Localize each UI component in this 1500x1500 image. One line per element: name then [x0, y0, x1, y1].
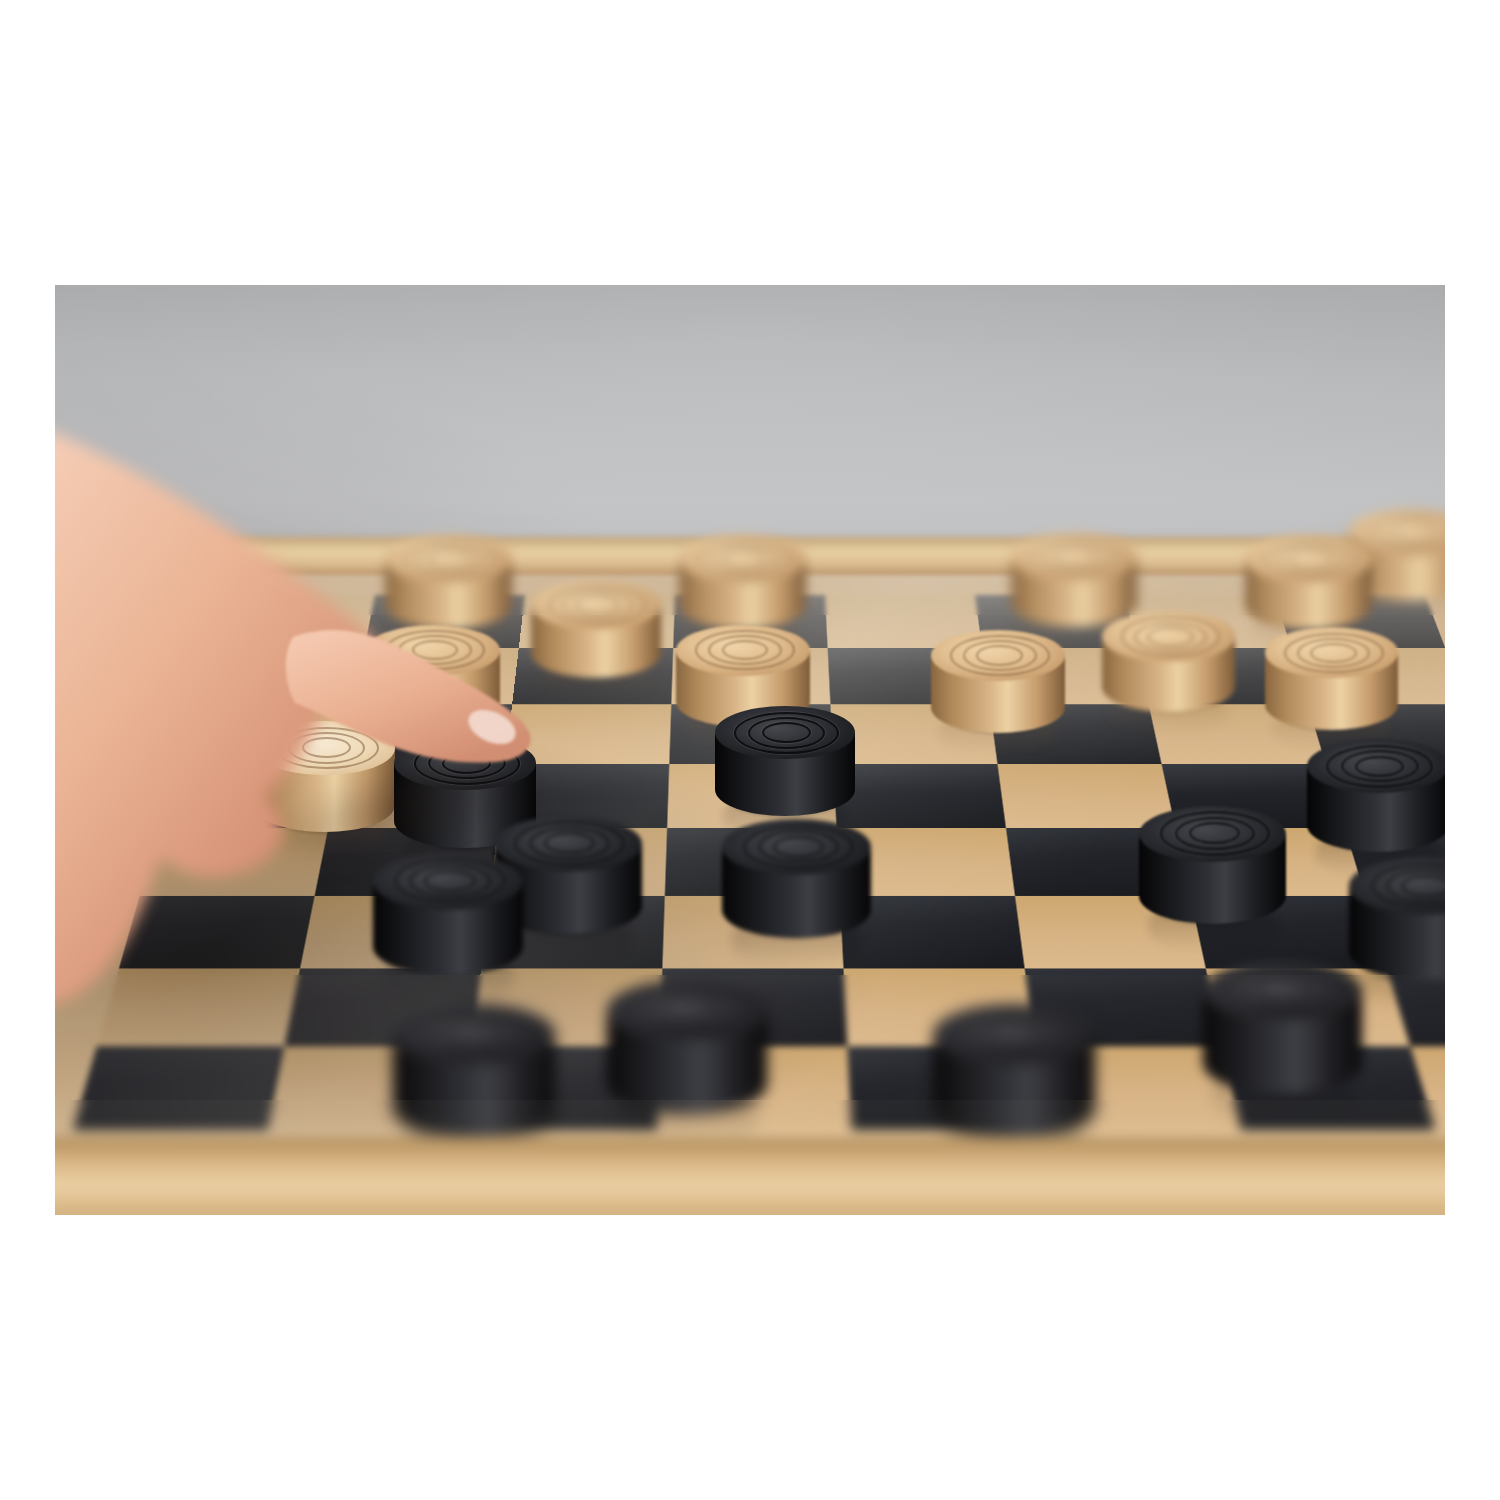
- black-checker-b9[interactable]: [1349, 857, 1445, 980]
- piece-top: [722, 819, 870, 875]
- piece-top: [1307, 739, 1445, 793]
- black-checker-b2[interactable]: [715, 706, 855, 815]
- piece-ring-groove: [722, 550, 767, 569]
- wood-checker-w4[interactable]: [1245, 535, 1372, 629]
- piece-ring-groove: [1401, 875, 1445, 897]
- piece-top: [931, 630, 1065, 681]
- black-checker-b4[interactable]: [1307, 739, 1445, 851]
- piece-ring-groove: [988, 1022, 1044, 1046]
- wood-checker-w9[interactable]: [1102, 611, 1234, 712]
- piece-ring-groove: [1288, 550, 1333, 569]
- piece-top: [1102, 611, 1234, 661]
- piece-top: [1265, 627, 1399, 678]
- black-checker-b8[interactable]: [933, 1004, 1095, 1140]
- black-checker-b12[interactable]: [607, 980, 767, 1113]
- piece-top: [1011, 533, 1138, 581]
- black-checker-b3[interactable]: [1139, 806, 1286, 924]
- piece-top: [933, 1004, 1095, 1066]
- piece-ring-groove: [1147, 627, 1193, 647]
- piece-top: [1245, 535, 1372, 583]
- piece-ring-groove: [1391, 523, 1435, 542]
- piece-ring-groove: [773, 836, 824, 858]
- black-checker-b6[interactable]: [722, 819, 870, 938]
- piece-ring-groove: [1054, 547, 1098, 566]
- piece-ring-groove: [661, 998, 716, 1021]
- piece-top: [676, 625, 809, 676]
- piece-top: [1139, 806, 1286, 862]
- wood-checker-w2[interactable]: [679, 535, 806, 629]
- piece-top: [607, 980, 767, 1041]
- wood-checker-w11[interactable]: [1265, 627, 1399, 729]
- piece-ring-groove: [1355, 756, 1404, 777]
- piece-top: [715, 706, 855, 759]
- piece-ring-groove: [976, 645, 1023, 665]
- photo-area: [55, 285, 1445, 1215]
- wood-checker-w10[interactable]: [931, 630, 1065, 732]
- hand-index-finger: [55, 405, 615, 1045]
- black-checker-b10[interactable]: [1203, 961, 1362, 1093]
- board-front-edge: [55, 1138, 1445, 1215]
- piece-ring-groove: [1310, 643, 1357, 663]
- piece-top: [1203, 961, 1362, 1021]
